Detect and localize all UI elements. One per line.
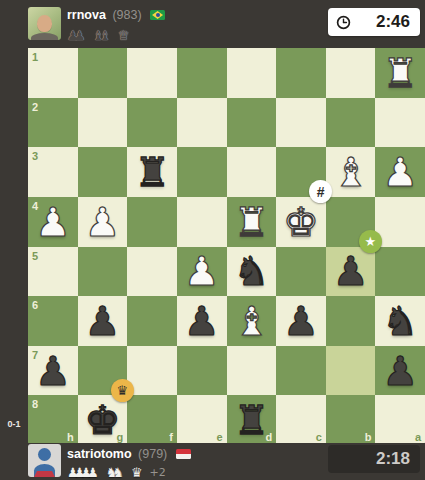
square-d4[interactable]: ♜ <box>227 197 277 247</box>
captured-piece-group: ♟♟ <box>67 28 85 43</box>
white-bishop: ♝ <box>333 152 369 192</box>
square-c4[interactable]: ♚ <box>276 197 326 247</box>
winner-crown-badge: ♛ <box>111 379 134 402</box>
white-rook: ♜ <box>233 202 269 242</box>
square-g2[interactable] <box>78 98 128 148</box>
square-f3[interactable]: ♜ <box>127 147 177 197</box>
square-b8[interactable]: b <box>326 395 376 445</box>
square-a4[interactable] <box>375 197 425 247</box>
top-player-name: rrnova <box>67 8 106 22</box>
top-player-avatar[interactable] <box>28 7 61 40</box>
square-a6[interactable]: ♞ <box>375 296 425 346</box>
square-c6[interactable]: ♟ <box>276 296 326 346</box>
top-player-name-row[interactable]: rrnova (983) <box>67 8 165 22</box>
square-c8[interactable]: c <box>276 395 326 445</box>
square-c1[interactable] <box>276 48 326 98</box>
square-h6[interactable]: 6 <box>28 296 78 346</box>
file-label-b: b <box>365 431 372 443</box>
indonesia-flag-icon <box>176 449 191 459</box>
square-e6[interactable]: ♟ <box>177 296 227 346</box>
white-bishop: ♝ <box>233 301 269 341</box>
square-d8[interactable]: ♜d <box>227 395 277 445</box>
white-king: ♚ <box>283 202 319 242</box>
bottom-player-clock: 2:18 <box>328 445 420 473</box>
file-label-h: h <box>67 431 74 443</box>
square-g3[interactable] <box>78 147 128 197</box>
rank-label-3: 3 <box>32 150 38 162</box>
rank-label-4: 4 <box>32 200 38 212</box>
square-h2[interactable]: 2 <box>28 98 78 148</box>
square-a7[interactable]: ♟ <box>375 346 425 396</box>
file-label-e: e <box>216 431 222 443</box>
file-label-d: d <box>265 431 272 443</box>
square-d6[interactable]: ♝ <box>227 296 277 346</box>
chess-board: 1♜23♜♝♟♟4♟♜♚5♟♞♟6♟♟♝♟♞♟7♟8h♚gfe♜dcba #★♛ <box>28 48 425 445</box>
square-f4[interactable] <box>127 197 177 247</box>
square-b6[interactable] <box>326 296 376 346</box>
clock-icon <box>336 15 351 30</box>
best-move-badge: ★ <box>359 230 382 253</box>
bottom-player-name: satriotomo <box>67 447 132 461</box>
bottom-player-bar: satriotomo (979) ♟♟♟♟♞♞♛+2 2:18 <box>0 443 425 480</box>
rank-label-1: 1 <box>32 51 38 63</box>
avatar-photo <box>28 7 61 40</box>
square-f6[interactable] <box>127 296 177 346</box>
square-g4[interactable]: ♟ <box>78 197 128 247</box>
square-f1[interactable] <box>127 48 177 98</box>
square-d3[interactable] <box>227 147 277 197</box>
file-label-f: f <box>169 431 173 443</box>
top-captured-pieces: ♟♟♝♝♛ <box>67 25 136 44</box>
square-d1[interactable] <box>227 48 277 98</box>
captured-piece-group: ♛ <box>131 465 143 480</box>
game-result-label: 0-1 <box>0 419 28 429</box>
file-label-c: c <box>316 431 322 443</box>
square-g6[interactable]: ♟ <box>78 296 128 346</box>
square-h5[interactable]: 5 <box>28 247 78 297</box>
brazil-flag-icon <box>150 10 165 20</box>
square-f8[interactable]: f <box>127 395 177 445</box>
bottom-clock-time: 2:18 <box>328 449 420 469</box>
white-rook: ♜ <box>382 53 418 93</box>
square-d5[interactable]: ♞ <box>227 247 277 297</box>
black-pawn: ♟ <box>333 251 369 291</box>
square-e2[interactable] <box>177 98 227 148</box>
file-label-g: g <box>117 431 124 443</box>
square-g1[interactable] <box>78 48 128 98</box>
black-pawn: ♟ <box>382 351 418 391</box>
square-a1[interactable]: ♜ <box>375 48 425 98</box>
square-h8[interactable]: 8h <box>28 395 78 445</box>
top-player-bar: rrnova (983) ♟♟♝♝♛ 2:46 <box>0 0 425 48</box>
square-h1[interactable]: 1 <box>28 48 78 98</box>
top-player-clock: 2:46 <box>328 8 420 36</box>
black-pawn: ♟ <box>35 351 71 391</box>
square-e8[interactable]: e <box>177 395 227 445</box>
default-avatar <box>28 444 61 477</box>
square-h4[interactable]: ♟4 <box>28 197 78 247</box>
captured-piece-group: ♝♝ <box>92 28 110 43</box>
square-a2[interactable] <box>375 98 425 148</box>
black-pawn: ♟ <box>85 301 121 341</box>
black-rook: ♜ <box>233 400 269 440</box>
square-b2[interactable] <box>326 98 376 148</box>
white-pawn: ♟ <box>85 202 121 242</box>
square-h7[interactable]: ♟7 <box>28 346 78 396</box>
square-a8[interactable]: a <box>375 395 425 445</box>
square-e3[interactable] <box>177 147 227 197</box>
square-a5[interactable] <box>375 247 425 297</box>
rank-label-6: 6 <box>32 299 38 311</box>
square-g8[interactable]: ♚g <box>78 395 128 445</box>
bottom-captured-pieces: ♟♟♟♟♞♞♛+2 <box>67 462 166 480</box>
square-d2[interactable] <box>227 98 277 148</box>
square-b5[interactable]: ♟ <box>326 247 376 297</box>
square-e7[interactable] <box>177 346 227 396</box>
square-f7[interactable] <box>127 346 177 396</box>
black-king: ♚ <box>85 400 121 440</box>
square-e1[interactable] <box>177 48 227 98</box>
captured-piece-group: ♛ <box>118 28 130 43</box>
square-g5[interactable] <box>78 247 128 297</box>
square-d7[interactable] <box>227 346 277 396</box>
captured-piece-group: ♞♞ <box>106 465 124 480</box>
rank-label-7: 7 <box>32 349 38 361</box>
black-knight: ♞ <box>382 301 418 341</box>
bottom-player-name-row[interactable]: satriotomo (979) <box>67 447 191 461</box>
square-b7[interactable] <box>326 346 376 396</box>
square-h3[interactable]: 3 <box>28 147 78 197</box>
square-c5[interactable] <box>276 247 326 297</box>
square-c7[interactable] <box>276 346 326 396</box>
square-f2[interactable] <box>127 98 177 148</box>
black-pawn: ♟ <box>283 301 319 341</box>
rank-label-8: 8 <box>32 398 38 410</box>
material-advantage: +2 <box>150 466 166 479</box>
white-pawn: ♟ <box>184 251 220 291</box>
captured-piece-group: ♟♟♟♟ <box>67 465 99 480</box>
bottom-player-rating: (979) <box>138 447 167 461</box>
square-f5[interactable] <box>127 247 177 297</box>
top-clock-time: 2:46 <box>351 12 420 32</box>
file-label-a: a <box>415 431 421 443</box>
square-e4[interactable] <box>177 197 227 247</box>
white-pawn: ♟ <box>382 152 418 192</box>
black-knight: ♞ <box>233 251 269 291</box>
square-b3[interactable]: ♝ <box>326 147 376 197</box>
square-b1[interactable] <box>326 48 376 98</box>
bottom-player-avatar[interactable] <box>28 444 61 477</box>
square-e5[interactable]: ♟ <box>177 247 227 297</box>
black-pawn: ♟ <box>184 301 220 341</box>
rank-label-2: 2 <box>32 101 38 113</box>
white-pawn: ♟ <box>35 202 71 242</box>
square-c2[interactable] <box>276 98 326 148</box>
black-rook: ♜ <box>134 152 170 192</box>
rank-label-5: 5 <box>32 250 38 262</box>
square-a3[interactable]: ♟ <box>375 147 425 197</box>
top-player-rating: (983) <box>112 8 141 22</box>
